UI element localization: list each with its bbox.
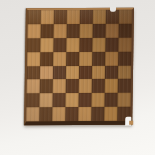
board-square[interactable]	[79, 38, 92, 52]
board-square[interactable]	[106, 24, 119, 38]
board-square[interactable]	[41, 10, 54, 24]
board-square[interactable]	[54, 10, 67, 24]
board-square[interactable]	[118, 51, 131, 65]
board-square[interactable]	[104, 107, 117, 121]
board-square[interactable]	[117, 93, 130, 107]
board-edge-sliver	[129, 121, 133, 125]
board-square[interactable]	[91, 107, 104, 121]
board-square[interactable]	[41, 24, 54, 38]
board-square[interactable]	[66, 65, 79, 79]
board-square[interactable]	[40, 66, 53, 80]
board-square[interactable]	[79, 79, 92, 93]
board-square[interactable]	[105, 51, 118, 65]
board-square[interactable]	[52, 93, 65, 107]
board-square[interactable]	[92, 79, 105, 93]
board-square[interactable]	[53, 52, 66, 66]
board-square[interactable]	[53, 38, 66, 52]
board-square[interactable]	[28, 24, 41, 38]
board-square[interactable]	[66, 38, 79, 52]
board-square[interactable]	[118, 37, 131, 51]
board-square[interactable]	[118, 65, 131, 79]
board-square[interactable]	[66, 79, 79, 93]
board-square[interactable]	[65, 93, 78, 107]
board-square[interactable]	[92, 51, 105, 65]
board-square[interactable]	[65, 107, 78, 121]
board-square[interactable]	[40, 80, 53, 94]
board-square[interactable]	[40, 38, 53, 52]
board-square[interactable]	[52, 107, 65, 121]
board-square[interactable]	[26, 93, 39, 107]
board-square[interactable]	[54, 24, 67, 38]
board-square[interactable]	[28, 10, 41, 24]
board-square[interactable]	[53, 66, 66, 80]
board-square[interactable]	[80, 24, 93, 38]
board-square[interactable]	[39, 107, 52, 121]
board-square[interactable]	[118, 79, 131, 93]
board-square[interactable]	[92, 38, 105, 52]
board-square[interactable]	[27, 38, 40, 52]
board-square[interactable]	[27, 52, 40, 66]
board-square[interactable]	[92, 65, 105, 79]
board-square[interactable]	[79, 52, 92, 66]
board-square[interactable]	[80, 10, 93, 24]
board-square[interactable]	[104, 93, 117, 107]
board-square[interactable]	[79, 65, 92, 79]
board-square[interactable]	[93, 24, 106, 38]
board-square[interactable]	[78, 107, 91, 121]
board-square[interactable]	[91, 93, 104, 107]
game-board	[24, 8, 134, 126]
board-square[interactable]	[119, 24, 132, 38]
top-edge-chip	[110, 7, 116, 12]
board-square[interactable]	[106, 10, 119, 24]
board-square[interactable]	[66, 52, 79, 66]
board-square[interactable]	[105, 65, 118, 79]
board-square[interactable]	[67, 24, 80, 38]
board-square[interactable]	[26, 107, 39, 121]
board-square[interactable]	[93, 10, 106, 24]
board-square[interactable]	[78, 93, 91, 107]
board-square[interactable]	[40, 52, 53, 66]
board-square[interactable]	[53, 79, 66, 93]
board-square[interactable]	[39, 93, 52, 107]
board-square[interactable]	[119, 10, 132, 24]
board-square[interactable]	[27, 66, 40, 80]
board-square[interactable]	[105, 38, 118, 52]
board-squares	[26, 10, 132, 122]
board-square[interactable]	[27, 80, 40, 94]
board-square[interactable]	[105, 79, 118, 93]
board-square[interactable]	[67, 10, 80, 24]
